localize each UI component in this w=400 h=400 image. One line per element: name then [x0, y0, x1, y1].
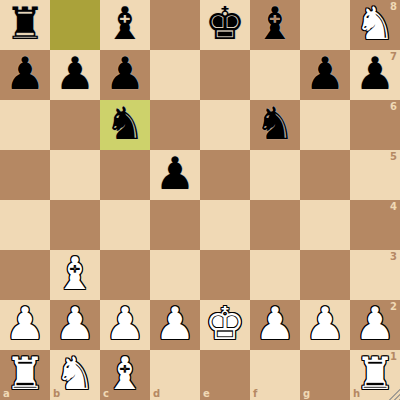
square-b8[interactable] [50, 0, 100, 50]
white-bishop-piece[interactable]: ♝ [105, 349, 145, 399]
coord-rank-3: 3 [390, 251, 397, 262]
square-b7[interactable]: ♟ [50, 50, 100, 100]
white-knight-piece[interactable]: ♞ [355, 0, 395, 49]
square-e4[interactable] [200, 200, 250, 250]
square-b5[interactable] [50, 150, 100, 200]
square-c4[interactable] [100, 200, 150, 250]
square-f5[interactable] [250, 150, 300, 200]
square-h5[interactable]: 5 [350, 150, 400, 200]
coord-file-f: f [253, 388, 257, 399]
square-h2[interactable]: ♟2 [350, 300, 400, 350]
square-e2[interactable]: ♚ [200, 300, 250, 350]
white-pawn-piece[interactable]: ♟ [55, 299, 95, 349]
square-e1[interactable]: e [200, 350, 250, 400]
square-b2[interactable]: ♟ [50, 300, 100, 350]
white-pawn-piece[interactable]: ♟ [255, 299, 295, 349]
square-d1[interactable]: d [150, 350, 200, 400]
square-f4[interactable] [250, 200, 300, 250]
square-e3[interactable] [200, 250, 250, 300]
square-g2[interactable]: ♟ [300, 300, 350, 350]
square-a4[interactable] [0, 200, 50, 250]
square-f1[interactable]: f [250, 350, 300, 400]
coord-rank-5: 5 [390, 151, 397, 162]
square-c1[interactable]: ♝c [100, 350, 150, 400]
square-g5[interactable] [300, 150, 350, 200]
square-g7[interactable]: ♟ [300, 50, 350, 100]
coord-file-g: g [303, 388, 310, 399]
black-knight-piece[interactable]: ♞ [255, 99, 295, 149]
square-a1[interactable]: ♜a [0, 350, 50, 400]
black-pawn-piece[interactable]: ♟ [355, 49, 395, 99]
square-a3[interactable] [0, 250, 50, 300]
white-pawn-piece[interactable]: ♟ [105, 299, 145, 349]
square-d8[interactable] [150, 0, 200, 50]
white-pawn-piece[interactable]: ♟ [5, 299, 45, 349]
square-g3[interactable] [300, 250, 350, 300]
square-f3[interactable] [250, 250, 300, 300]
black-knight-piece[interactable]: ♞ [105, 99, 145, 149]
square-d6[interactable] [150, 100, 200, 150]
black-pawn-piece[interactable]: ♟ [305, 49, 345, 99]
coord-file-d: d [153, 388, 160, 399]
square-f8[interactable]: ♝ [250, 0, 300, 50]
black-king-piece[interactable]: ♚ [205, 0, 245, 49]
square-h1[interactable]: ♜1h [350, 350, 400, 400]
black-pawn-piece[interactable]: ♟ [155, 149, 195, 199]
square-b1[interactable]: ♞b [50, 350, 100, 400]
square-b3[interactable]: ♝ [50, 250, 100, 300]
square-e5[interactable] [200, 150, 250, 200]
square-f6[interactable]: ♞ [250, 100, 300, 150]
square-c6[interactable]: ♞ [100, 100, 150, 150]
square-c7[interactable]: ♟ [100, 50, 150, 100]
white-rook-piece[interactable]: ♜ [355, 349, 395, 399]
square-d4[interactable] [150, 200, 200, 250]
coord-rank-4: 4 [390, 201, 397, 212]
white-knight-piece[interactable]: ♞ [55, 349, 95, 399]
square-a5[interactable] [0, 150, 50, 200]
square-g1[interactable]: g [300, 350, 350, 400]
square-b4[interactable] [50, 200, 100, 250]
square-d2[interactable]: ♟ [150, 300, 200, 350]
square-d5[interactable]: ♟ [150, 150, 200, 200]
square-h8[interactable]: ♞8 [350, 0, 400, 50]
chess-board: ♜♝♚♝♞8♟♟♟♟♟7♞♞6♟54♝3♟♟♟♟♚♟♟♟2♜a♞b♝cdefg♜… [0, 0, 400, 400]
white-king-piece[interactable]: ♚ [205, 299, 245, 349]
square-b6[interactable] [50, 100, 100, 150]
square-e8[interactable]: ♚ [200, 0, 250, 50]
square-a2[interactable]: ♟ [0, 300, 50, 350]
square-c5[interactable] [100, 150, 150, 200]
square-c8[interactable]: ♝ [100, 0, 150, 50]
white-pawn-piece[interactable]: ♟ [355, 299, 395, 349]
white-pawn-piece[interactable]: ♟ [155, 299, 195, 349]
square-h3[interactable]: 3 [350, 250, 400, 300]
black-bishop-piece[interactable]: ♝ [255, 0, 295, 49]
square-h4[interactable]: 4 [350, 200, 400, 250]
square-c3[interactable] [100, 250, 150, 300]
black-rook-piece[interactable]: ♜ [5, 0, 45, 49]
square-d3[interactable] [150, 250, 200, 300]
square-f7[interactable] [250, 50, 300, 100]
black-pawn-piece[interactable]: ♟ [105, 49, 145, 99]
coord-file-e: e [203, 388, 210, 399]
square-h6[interactable]: 6 [350, 100, 400, 150]
white-bishop-piece[interactable]: ♝ [55, 249, 95, 299]
square-a8[interactable]: ♜ [0, 0, 50, 50]
black-pawn-piece[interactable]: ♟ [5, 49, 45, 99]
black-bishop-piece[interactable]: ♝ [105, 0, 145, 49]
square-g4[interactable] [300, 200, 350, 250]
white-rook-piece[interactable]: ♜ [5, 349, 45, 399]
square-g6[interactable] [300, 100, 350, 150]
square-e6[interactable] [200, 100, 250, 150]
square-a7[interactable]: ♟ [0, 50, 50, 100]
black-pawn-piece[interactable]: ♟ [55, 49, 95, 99]
square-h7[interactable]: ♟7 [350, 50, 400, 100]
white-pawn-piece[interactable]: ♟ [305, 299, 345, 349]
square-e7[interactable] [200, 50, 250, 100]
square-c2[interactable]: ♟ [100, 300, 150, 350]
square-d7[interactable] [150, 50, 200, 100]
square-f2[interactable]: ♟ [250, 300, 300, 350]
coord-rank-6: 6 [390, 101, 397, 112]
square-a6[interactable] [0, 100, 50, 150]
square-g8[interactable] [300, 0, 350, 50]
